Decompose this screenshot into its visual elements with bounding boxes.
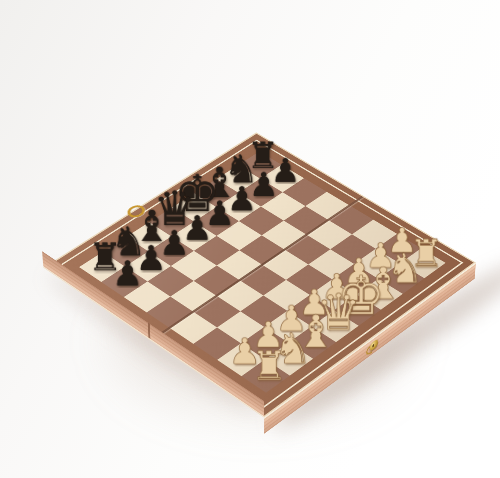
chess-board: ♜♞♝♛♚♝♞♜♟♟♟♟♟♟♟♟♟♟♟♟♟♟♟♟♜♞♝♛♚♝♞♜ (43, 132, 476, 417)
scene: ♜♞♝♛♚♝♞♜♟♟♟♟♟♟♟♟♟♟♟♟♟♟♟♟♜♞♝♛♚♝♞♜ (90, 95, 430, 435)
photo-background: ♜♞♝♛♚♝♞♜♟♟♟♟♟♟♟♟♟♟♟♟♟♟♟♟♜♞♝♛♚♝♞♜ (0, 0, 500, 478)
black-pawn-icon: ♟ (112, 256, 143, 291)
white-rook-icon: ♜ (251, 346, 287, 386)
